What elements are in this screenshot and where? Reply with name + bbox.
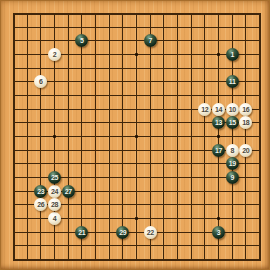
- stone-black-13[interactable]: 13: [212, 116, 225, 129]
- stone-black-23[interactable]: 23: [34, 185, 47, 198]
- grid-line-vertical: [245, 13, 246, 261]
- star-point: [217, 135, 220, 138]
- stone-white-2[interactable]: 2: [48, 48, 61, 61]
- stone-black-9[interactable]: 9: [226, 171, 239, 184]
- stone-black-1[interactable]: 1: [226, 48, 239, 61]
- stone-white-20[interactable]: 20: [239, 144, 252, 157]
- stone-white-8[interactable]: 8: [226, 144, 239, 157]
- star-point: [135, 217, 138, 220]
- stone-white-18[interactable]: 18: [239, 116, 252, 129]
- grid-line-horizontal: [13, 163, 261, 164]
- stone-white-14[interactable]: 14: [212, 103, 225, 116]
- stone-white-12[interactable]: 12: [198, 103, 211, 116]
- grid-line-vertical: [177, 13, 178, 261]
- stone-black-3[interactable]: 3: [212, 226, 225, 239]
- stone-black-21[interactable]: 21: [75, 226, 88, 239]
- stone-white-6[interactable]: 6: [34, 75, 47, 88]
- stone-white-24[interactable]: 24: [48, 185, 61, 198]
- star-point: [135, 53, 138, 56]
- stone-black-29[interactable]: 29: [116, 226, 129, 239]
- stone-white-22[interactable]: 22: [144, 226, 157, 239]
- grid-line-vertical: [163, 13, 164, 261]
- stone-white-4[interactable]: 4: [48, 212, 61, 225]
- star-point: [217, 217, 220, 220]
- stone-black-11[interactable]: 11: [226, 75, 239, 88]
- stone-black-17[interactable]: 17: [212, 144, 225, 157]
- stone-black-5[interactable]: 5: [75, 34, 88, 47]
- grid-line-horizontal: [13, 245, 261, 246]
- stone-white-16[interactable]: 16: [239, 103, 252, 116]
- stone-black-15[interactable]: 15: [226, 116, 239, 129]
- star-point: [135, 135, 138, 138]
- stone-white-28[interactable]: 28: [48, 198, 61, 211]
- grid-line-vertical: [150, 13, 151, 261]
- stone-black-7[interactable]: 7: [144, 34, 157, 47]
- grid-line-vertical: [191, 13, 192, 261]
- stone-black-19[interactable]: 19: [226, 157, 239, 170]
- grid-line-vertical: [204, 13, 205, 261]
- grid-line-horizontal: [13, 259, 261, 261]
- go-board[interactable]: 1234567891011121314151617181920212223242…: [0, 0, 270, 270]
- star-point: [217, 53, 220, 56]
- stone-white-10[interactable]: 10: [226, 103, 239, 116]
- stone-black-25[interactable]: 25: [48, 171, 61, 184]
- stone-white-26[interactable]: 26: [34, 198, 47, 211]
- star-point: [53, 135, 56, 138]
- grid-line-vertical: [259, 13, 261, 261]
- stone-black-27[interactable]: 27: [62, 185, 75, 198]
